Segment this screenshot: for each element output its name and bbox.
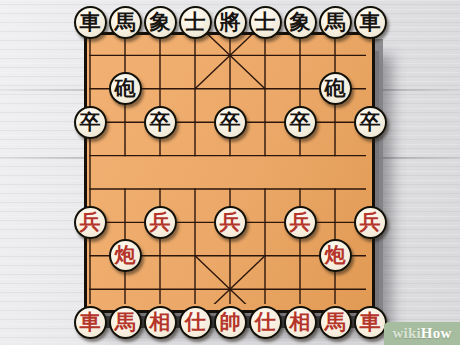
wikihow-watermark: wikiHow <box>384 322 460 345</box>
piece-black-cannon[interactable]: 砲 <box>319 72 352 105</box>
piece-black-advisor[interactable]: 士 <box>179 6 212 39</box>
piece-red-chariot[interactable]: 車 <box>74 306 107 339</box>
piece-black-horse[interactable]: 馬 <box>319 6 352 39</box>
piece-red-advisor[interactable]: 仕 <box>249 306 282 339</box>
photo-background: wikiHow 車馬象士將士象馬車砲砲卒卒卒卒卒兵兵兵兵兵炮炮車馬相仕帥仕相馬車 <box>0 0 460 345</box>
piece-black-soldier[interactable]: 卒 <box>214 106 247 139</box>
piece-red-chariot[interactable]: 車 <box>354 306 387 339</box>
piece-red-cannon[interactable]: 炮 <box>319 239 352 272</box>
piece-red-soldier[interactable]: 兵 <box>354 206 387 239</box>
piece-black-advisor[interactable]: 士 <box>249 6 282 39</box>
piece-red-soldier[interactable]: 兵 <box>214 206 247 239</box>
piece-black-general[interactable]: 將 <box>214 6 247 39</box>
piece-black-chariot[interactable]: 車 <box>354 6 387 39</box>
piece-black-cannon[interactable]: 砲 <box>109 72 142 105</box>
piece-red-advisor[interactable]: 仕 <box>179 306 212 339</box>
piece-black-horse[interactable]: 馬 <box>109 6 142 39</box>
piece-black-soldier[interactable]: 卒 <box>284 106 317 139</box>
piece-black-elephant[interactable]: 象 <box>284 6 317 39</box>
piece-red-soldier[interactable]: 兵 <box>284 206 317 239</box>
piece-red-general[interactable]: 帥 <box>214 306 247 339</box>
piece-red-elephant[interactable]: 相 <box>144 306 177 339</box>
piece-black-soldier[interactable]: 卒 <box>144 106 177 139</box>
piece-red-horse[interactable]: 馬 <box>319 306 352 339</box>
piece-black-soldier[interactable]: 卒 <box>354 106 387 139</box>
watermark-how-text: How <box>421 325 452 342</box>
piece-black-chariot[interactable]: 車 <box>74 6 107 39</box>
watermark-wiki-text: wiki <box>393 325 421 342</box>
piece-red-cannon[interactable]: 炮 <box>109 239 142 272</box>
piece-black-elephant[interactable]: 象 <box>144 6 177 39</box>
piece-red-elephant[interactable]: 相 <box>284 306 317 339</box>
piece-red-soldier[interactable]: 兵 <box>144 206 177 239</box>
piece-red-soldier[interactable]: 兵 <box>74 206 107 239</box>
piece-red-horse[interactable]: 馬 <box>109 306 142 339</box>
piece-black-soldier[interactable]: 卒 <box>74 106 107 139</box>
